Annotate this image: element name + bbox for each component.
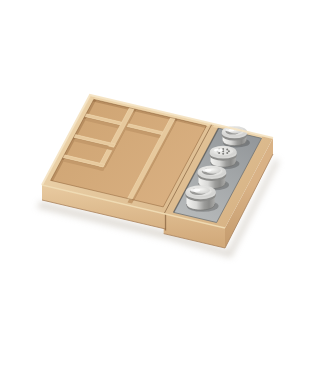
lid-hole bbox=[228, 150, 230, 152]
lid-hole bbox=[222, 148, 224, 150]
lid-hole bbox=[218, 152, 220, 154]
spice-jar-2 bbox=[210, 146, 240, 169]
product-photo bbox=[0, 0, 300, 375]
lid-hole bbox=[226, 152, 228, 154]
lid-hole bbox=[222, 153, 224, 155]
product-image-canvas bbox=[0, 0, 300, 375]
jar-lid-highlight bbox=[190, 189, 200, 192]
spice-jar-4 bbox=[185, 185, 218, 212]
jar-lid-highlight bbox=[202, 169, 211, 172]
page: { "image": { "description": "Product pho… bbox=[0, 0, 320, 375]
product-photo-svg bbox=[0, 0, 300, 375]
lid-hole bbox=[226, 149, 228, 151]
jar-lid-highlight bbox=[214, 149, 223, 152]
